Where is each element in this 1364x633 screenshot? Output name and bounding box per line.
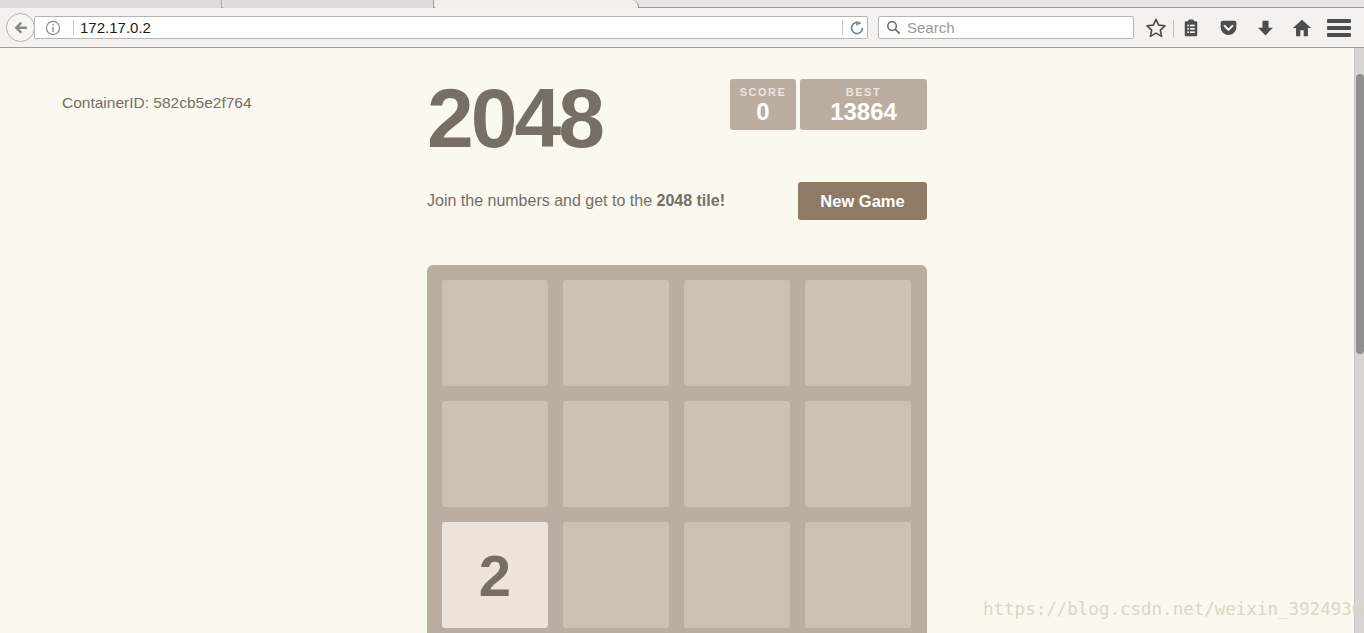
active-tab[interactable] <box>435 0 639 8</box>
empty-cell <box>805 280 911 386</box>
scrollbar-track[interactable] <box>1354 48 1364 633</box>
empty-cell <box>684 401 790 507</box>
scrollbar-thumb[interactable] <box>1356 74 1364 354</box>
empty-cell <box>563 522 669 628</box>
pocket-icon <box>1218 18 1239 39</box>
downloads-button[interactable] <box>1250 13 1280 43</box>
empty-cell <box>563 401 669 507</box>
download-icon <box>1255 18 1276 39</box>
container-id-label: ContainerID: 582cb5e2f764 <box>62 94 252 112</box>
bookmark-star-button[interactable] <box>1141 13 1171 43</box>
watermark-text: https://blog.csdn.net/weixin_39249306 <box>983 599 1364 619</box>
scores-container: SCORE 0 BEST 13864 <box>730 79 927 130</box>
navigation-toolbar: 172.17.0.2 Search <box>0 8 1364 48</box>
page-content: ContainerID: 582cb5e2f764 2048 SCORE 0 B… <box>0 48 1364 633</box>
tab-strip <box>0 0 1364 8</box>
empty-cell <box>684 522 790 628</box>
menu-button[interactable] <box>1327 19 1351 37</box>
goal-tile-text: 2048 tile! <box>656 192 724 209</box>
home-button[interactable] <box>1287 13 1317 43</box>
divider <box>73 20 74 35</box>
reload-button[interactable] <box>849 20 865 36</box>
empty-cell <box>442 280 548 386</box>
tile-2: 2 <box>442 522 548 628</box>
new-game-button[interactable]: New Game <box>798 182 927 220</box>
game-intro-text: Join the numbers and get to the 2048 til… <box>427 182 725 220</box>
menu-hamburger-icon <box>1327 19 1351 23</box>
best-box: BEST 13864 <box>800 79 927 130</box>
reload-icon <box>849 20 865 36</box>
empty-cell <box>563 280 669 386</box>
url-text[interactable]: 172.17.0.2 <box>80 19 836 36</box>
search-box[interactable]: Search <box>878 16 1134 39</box>
toolbar-buttons <box>1141 8 1351 48</box>
page-title: 2048 <box>427 76 602 160</box>
divider <box>1173 20 1174 37</box>
empty-cell <box>805 522 911 628</box>
empty-cell <box>805 401 911 507</box>
site-identity-button[interactable] <box>45 20 61 36</box>
background-tab[interactable] <box>223 0 434 8</box>
score-box: SCORE 0 <box>730 79 796 130</box>
back-icon <box>12 19 29 36</box>
search-placeholder: Search <box>907 19 955 36</box>
identity-info-icon <box>45 20 61 36</box>
back-button[interactable] <box>6 13 35 42</box>
score-value: 0 <box>756 99 769 125</box>
empty-cell <box>684 280 790 386</box>
search-icon <box>886 20 901 35</box>
best-value: 13864 <box>830 99 897 125</box>
divider <box>842 20 843 35</box>
star-icon <box>1145 17 1167 39</box>
url-bar[interactable]: 172.17.0.2 <box>34 16 868 39</box>
board-grid: 2 <box>427 265 927 633</box>
bookmarks-clipboard-icon <box>1181 18 1201 38</box>
bookmarks-menu-button[interactable] <box>1176 13 1206 43</box>
home-icon <box>1291 17 1313 39</box>
background-tab[interactable] <box>0 0 222 8</box>
empty-cell <box>442 401 548 507</box>
pocket-button[interactable] <box>1213 13 1243 43</box>
